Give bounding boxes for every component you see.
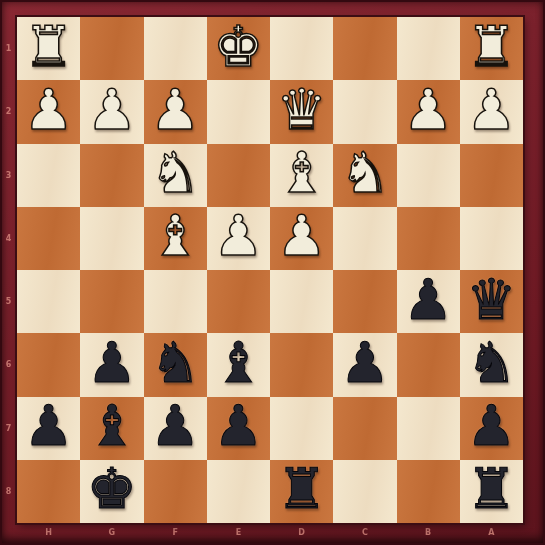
rank-label-2: 2 (0, 80, 17, 143)
black-rook: ♜ (277, 461, 327, 517)
square-f2[interactable]: ♟ (144, 80, 207, 143)
file-labels: HGFEDCBA (17, 523, 523, 541)
rank-label-6: 6 (0, 333, 17, 396)
white-bishop: ♝ (277, 145, 327, 201)
square-h1[interactable]: ♜ (17, 17, 80, 80)
square-b2[interactable]: ♟ (397, 80, 460, 143)
square-c5[interactable] (333, 270, 396, 333)
square-g6[interactable]: ♟ (80, 333, 143, 396)
square-e4[interactable]: ♟ (207, 207, 270, 270)
rank-label-8: 8 (0, 460, 17, 523)
white-rook: ♜ (24, 19, 74, 75)
board: ♜♚♜♟♟♟♛♟♟♞♝♞♝♟♟♟♛♟♞♝♟♞♟♝♟♟♟♚♜♜ (17, 17, 523, 523)
square-e2[interactable] (207, 80, 270, 143)
square-h6[interactable] (17, 333, 80, 396)
black-king: ♚ (87, 461, 137, 517)
file-label-f: F (144, 523, 207, 541)
square-g4[interactable] (80, 207, 143, 270)
square-b8[interactable] (397, 460, 460, 523)
file-label-b: B (397, 523, 460, 541)
square-f7[interactable]: ♟ (144, 397, 207, 460)
square-d7[interactable] (270, 397, 333, 460)
square-f4[interactable]: ♝ (144, 207, 207, 270)
rank-labels: 12345678 (0, 17, 17, 523)
square-e7[interactable]: ♟ (207, 397, 270, 460)
square-e3[interactable] (207, 144, 270, 207)
square-b3[interactable] (397, 144, 460, 207)
square-b6[interactable] (397, 333, 460, 396)
square-c3[interactable]: ♞ (333, 144, 396, 207)
rank-label-5: 5 (0, 270, 17, 333)
white-pawn: ♟ (466, 82, 516, 138)
file-label-g: G (80, 523, 143, 541)
white-pawn: ♟ (213, 208, 263, 264)
square-a6[interactable]: ♞ (460, 333, 523, 396)
square-h7[interactable]: ♟ (17, 397, 80, 460)
square-d8[interactable]: ♜ (270, 460, 333, 523)
white-pawn: ♟ (150, 82, 200, 138)
square-a1[interactable]: ♜ (460, 17, 523, 80)
black-bishop: ♝ (213, 335, 263, 391)
square-c4[interactable] (333, 207, 396, 270)
square-f5[interactable] (144, 270, 207, 333)
square-e8[interactable] (207, 460, 270, 523)
square-a3[interactable] (460, 144, 523, 207)
square-e6[interactable]: ♝ (207, 333, 270, 396)
black-rook: ♜ (466, 461, 516, 517)
square-c7[interactable] (333, 397, 396, 460)
square-f8[interactable] (144, 460, 207, 523)
rank-label-7: 7 (0, 397, 17, 460)
rank-label-1: 1 (0, 17, 17, 80)
file-label-a: A (460, 523, 523, 541)
white-pawn: ♟ (87, 82, 137, 138)
square-h8[interactable] (17, 460, 80, 523)
black-knight: ♞ (150, 335, 200, 391)
square-g1[interactable] (80, 17, 143, 80)
square-a7[interactable]: ♟ (460, 397, 523, 460)
square-g2[interactable]: ♟ (80, 80, 143, 143)
white-pawn: ♟ (403, 82, 453, 138)
white-king: ♚ (213, 19, 263, 75)
black-pawn: ♟ (150, 398, 200, 454)
white-rook: ♜ (466, 19, 516, 75)
square-e1[interactable]: ♚ (207, 17, 270, 80)
white-bishop: ♝ (150, 208, 200, 264)
rank-label-3: 3 (0, 144, 17, 207)
square-e5[interactable] (207, 270, 270, 333)
black-pawn: ♟ (24, 398, 74, 454)
square-d4[interactable]: ♟ (270, 207, 333, 270)
square-h4[interactable] (17, 207, 80, 270)
square-c8[interactable] (333, 460, 396, 523)
square-b5[interactable]: ♟ (397, 270, 460, 333)
square-g5[interactable] (80, 270, 143, 333)
white-pawn: ♟ (277, 208, 327, 264)
square-d3[interactable]: ♝ (270, 144, 333, 207)
square-d5[interactable] (270, 270, 333, 333)
square-h3[interactable] (17, 144, 80, 207)
square-g8[interactable]: ♚ (80, 460, 143, 523)
chess-app: 12345678 HGFEDCBA ♜♚♜♟♟♟♛♟♟♞♝♞♝♟♟♟♛♟♞♝♟♞… (0, 0, 545, 545)
white-knight: ♞ (340, 145, 390, 201)
file-label-c: C (333, 523, 396, 541)
file-label-e: E (207, 523, 270, 541)
black-pawn: ♟ (87, 335, 137, 391)
square-f1[interactable] (144, 17, 207, 80)
square-h5[interactable] (17, 270, 80, 333)
white-knight: ♞ (150, 145, 200, 201)
square-a2[interactable]: ♟ (460, 80, 523, 143)
file-label-h: H (17, 523, 80, 541)
square-a4[interactable] (460, 207, 523, 270)
square-c1[interactable] (333, 17, 396, 80)
square-a5[interactable]: ♛ (460, 270, 523, 333)
square-d2[interactable]: ♛ (270, 80, 333, 143)
square-d1[interactable] (270, 17, 333, 80)
black-knight: ♞ (466, 335, 516, 391)
square-g7[interactable]: ♝ (80, 397, 143, 460)
square-b4[interactable] (397, 207, 460, 270)
file-label-d: D (270, 523, 333, 541)
square-a8[interactable]: ♜ (460, 460, 523, 523)
black-pawn: ♟ (213, 398, 263, 454)
white-queen: ♛ (277, 82, 327, 138)
white-pawn: ♟ (24, 82, 74, 138)
rank-label-4: 4 (0, 207, 17, 270)
square-d6[interactable] (270, 333, 333, 396)
square-f6[interactable]: ♞ (144, 333, 207, 396)
black-queen: ♛ (466, 272, 516, 328)
square-f3[interactable]: ♞ (144, 144, 207, 207)
square-h2[interactable]: ♟ (17, 80, 80, 143)
black-pawn: ♟ (403, 272, 453, 328)
black-pawn: ♟ (466, 398, 516, 454)
square-c2[interactable] (333, 80, 396, 143)
square-g3[interactable] (80, 144, 143, 207)
square-c6[interactable]: ♟ (333, 333, 396, 396)
square-b7[interactable] (397, 397, 460, 460)
black-bishop: ♝ (87, 398, 137, 454)
square-b1[interactable] (397, 17, 460, 80)
black-pawn: ♟ (340, 335, 390, 391)
